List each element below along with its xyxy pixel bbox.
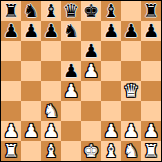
square-b7[interactable]: ♟ <box>21 21 41 41</box>
square-a7[interactable]: ♟ <box>1 21 21 41</box>
square-h8[interactable]: ♜ <box>141 1 161 21</box>
square-e3[interactable] <box>81 101 101 121</box>
piece-black-pawn[interactable]: ♟ <box>3 21 19 41</box>
square-f1[interactable]: ♝ <box>101 141 121 161</box>
piece-white-pawn[interactable]: ♟ <box>143 121 159 141</box>
piece-black-pawn[interactable]: ♟ <box>23 21 39 41</box>
square-c1[interactable]: ♝ <box>41 141 61 161</box>
square-b3[interactable] <box>21 101 41 121</box>
square-e2[interactable] <box>81 121 101 141</box>
piece-white-bishop[interactable]: ♝ <box>43 141 59 161</box>
piece-white-knight[interactable]: ♞ <box>43 101 59 121</box>
piece-black-king[interactable]: ♚ <box>83 1 99 21</box>
square-e8[interactable]: ♚ <box>81 1 101 21</box>
square-a1[interactable]: ♜ <box>1 141 21 161</box>
square-h2[interactable]: ♟ <box>141 121 161 141</box>
square-f4[interactable] <box>101 81 121 101</box>
piece-white-pawn[interactable]: ♟ <box>43 121 59 141</box>
square-a2[interactable]: ♟ <box>1 121 21 141</box>
square-h7[interactable]: ♟ <box>141 21 161 41</box>
square-h4[interactable] <box>141 81 161 101</box>
piece-black-bishop[interactable]: ♝ <box>103 1 119 21</box>
square-h3[interactable] <box>141 101 161 121</box>
square-h6[interactable] <box>141 41 161 61</box>
square-g4[interactable]: ♛ <box>121 81 141 101</box>
square-b1[interactable] <box>21 141 41 161</box>
square-c6[interactable] <box>41 41 61 61</box>
piece-white-rook[interactable]: ♜ <box>3 141 19 161</box>
square-c7[interactable]: ♟ <box>41 21 61 41</box>
piece-white-pawn[interactable]: ♟ <box>3 121 19 141</box>
square-d5[interactable]: ♟ <box>61 61 81 81</box>
piece-white-pawn[interactable]: ♟ <box>63 81 79 101</box>
square-e4[interactable] <box>81 81 101 101</box>
piece-black-pawn[interactable]: ♟ <box>83 41 99 61</box>
piece-white-bishop[interactable]: ♝ <box>103 141 119 161</box>
piece-white-pawn[interactable]: ♟ <box>123 121 139 141</box>
square-b8[interactable]: ♞ <box>21 1 41 21</box>
square-e7[interactable] <box>81 21 101 41</box>
square-d1[interactable] <box>61 141 81 161</box>
piece-black-pawn[interactable]: ♟ <box>43 21 59 41</box>
square-f8[interactable]: ♝ <box>101 1 121 21</box>
square-g2[interactable]: ♟ <box>121 121 141 141</box>
piece-black-rook[interactable]: ♜ <box>3 1 19 21</box>
square-g8[interactable] <box>121 1 141 21</box>
square-f3[interactable] <box>101 101 121 121</box>
piece-black-pawn[interactable]: ♟ <box>63 61 79 81</box>
square-c8[interactable]: ♝ <box>41 1 61 21</box>
square-f5[interactable] <box>101 61 121 81</box>
piece-black-bishop[interactable]: ♝ <box>43 1 59 21</box>
square-e6[interactable]: ♟ <box>81 41 101 61</box>
square-e1[interactable]: ♚ <box>81 141 101 161</box>
square-b6[interactable] <box>21 41 41 61</box>
square-a6[interactable] <box>1 41 21 61</box>
square-d4[interactable]: ♟ <box>61 81 81 101</box>
piece-white-pawn[interactable]: ♟ <box>103 121 119 141</box>
square-f2[interactable]: ♟ <box>101 121 121 141</box>
square-c3[interactable]: ♞ <box>41 101 61 121</box>
square-h1[interactable]: ♜ <box>141 141 161 161</box>
square-c5[interactable] <box>41 61 61 81</box>
square-e5[interactable]: ♟ <box>81 61 101 81</box>
square-d2[interactable] <box>61 121 81 141</box>
square-a8[interactable]: ♜ <box>1 1 21 21</box>
square-a4[interactable] <box>1 81 21 101</box>
piece-black-pawn[interactable]: ♟ <box>123 21 139 41</box>
piece-white-rook[interactable]: ♜ <box>143 141 159 161</box>
square-c2[interactable]: ♟ <box>41 121 61 141</box>
piece-black-queen[interactable]: ♛ <box>63 1 79 21</box>
piece-black-pawn[interactable]: ♟ <box>143 21 159 41</box>
piece-white-pawn[interactable]: ♟ <box>83 61 99 81</box>
square-b5[interactable] <box>21 61 41 81</box>
piece-black-pawn[interactable]: ♟ <box>103 21 119 41</box>
square-g6[interactable] <box>121 41 141 61</box>
square-c4[interactable] <box>41 81 61 101</box>
square-a5[interactable] <box>1 61 21 81</box>
square-d7[interactable]: ♞ <box>61 21 81 41</box>
piece-black-knight[interactable]: ♞ <box>23 1 39 21</box>
piece-black-rook[interactable]: ♜ <box>143 1 159 21</box>
piece-white-king[interactable]: ♚ <box>83 141 99 161</box>
piece-white-queen[interactable]: ♛ <box>123 81 139 101</box>
piece-black-knight[interactable]: ♞ <box>63 21 79 41</box>
square-f6[interactable] <box>101 41 121 61</box>
square-b4[interactable] <box>21 81 41 101</box>
square-g7[interactable]: ♟ <box>121 21 141 41</box>
square-g1[interactable]: ♞ <box>121 141 141 161</box>
piece-white-pawn[interactable]: ♟ <box>23 121 39 141</box>
square-h5[interactable] <box>141 61 161 81</box>
piece-white-knight[interactable]: ♞ <box>123 141 139 161</box>
square-a3[interactable] <box>1 101 21 121</box>
square-d8[interactable]: ♛ <box>61 1 81 21</box>
square-d3[interactable] <box>61 101 81 121</box>
square-b2[interactable]: ♟ <box>21 121 41 141</box>
chess-board: ♜♞♝♛♚♝♜♟♟♟♞♟♟♟♟♟♟♟♛♞♟♟♟♟♟♟♜♝♚♝♞♜ <box>0 0 162 162</box>
square-g3[interactable] <box>121 101 141 121</box>
square-d6[interactable] <box>61 41 81 61</box>
square-f7[interactable]: ♟ <box>101 21 121 41</box>
square-g5[interactable] <box>121 61 141 81</box>
